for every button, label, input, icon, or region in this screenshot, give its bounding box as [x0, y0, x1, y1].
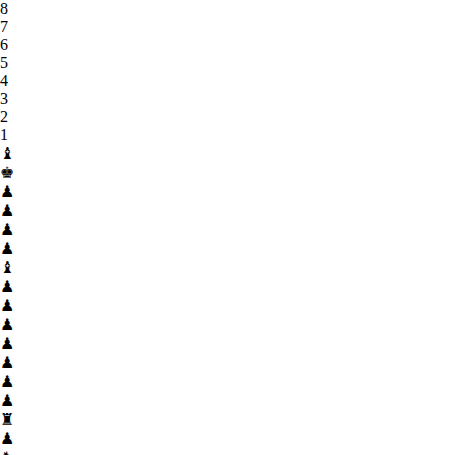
piece-black-pawn[interactable]: ♟	[0, 278, 14, 295]
square-h4[interactable]: ♟	[0, 391, 460, 410]
square-f4[interactable]: ♟	[0, 372, 460, 391]
piece-black-pawn[interactable]: ♟	[0, 316, 14, 333]
square-f5[interactable]: ♟	[0, 277, 460, 296]
rank-labels: 87654321	[0, 0, 460, 144]
square-h5[interactable]: ♟	[0, 296, 460, 315]
square-f8[interactable]: ♝	[0, 144, 460, 163]
rank-label-3: 3	[0, 90, 460, 108]
piece-white-pawn[interactable]: ♟	[0, 430, 14, 447]
piece-white-pawn[interactable]: ♟	[0, 392, 14, 409]
square-b4[interactable]: ♟	[0, 315, 460, 334]
board-area: 87654321 ♝♚♟♟♟♟♝♟♟♟♟♟♟♟♜♟♞♟♜♝♚ abcdefgh	[0, 0, 460, 455]
piece-black-rook[interactable]: ♜	[0, 411, 14, 428]
rank-label-5: 5	[0, 54, 460, 72]
rank-label-8: 8	[0, 0, 460, 18]
piece-white-pawn[interactable]: ♟	[0, 335, 14, 352]
piece-white-knight[interactable]: ♞	[0, 449, 14, 455]
rank-label-7: 7	[0, 18, 460, 36]
chess-board[interactable]: ♝♚♟♟♟♟♝♟♟♟♟♟♟♟♜♟♞♟♜♝♚	[0, 144, 460, 455]
square-c3[interactable]: ♜	[0, 410, 460, 429]
piece-black-pawn[interactable]: ♟	[0, 354, 14, 371]
piece-black-pawn[interactable]: ♟	[0, 202, 14, 219]
piece-white-pawn[interactable]: ♟	[0, 240, 14, 257]
piece-black-bishop[interactable]: ♝	[0, 145, 14, 162]
square-f7[interactable]: ♚	[0, 163, 460, 182]
square-d5[interactable]: ♝	[0, 258, 460, 277]
square-b5[interactable]: ♟	[0, 239, 460, 258]
square-e6[interactable]: ♟	[0, 201, 460, 220]
square-d2[interactable]: ♞	[0, 448, 460, 455]
rank-label-2: 2	[0, 108, 460, 126]
piece-white-pawn[interactable]: ♟	[0, 373, 14, 390]
rank-label-4: 4	[0, 72, 460, 90]
rank-label-1: 1	[0, 126, 460, 144]
rank-label-6: 6	[0, 36, 460, 54]
piece-black-pawn[interactable]: ♟	[0, 183, 14, 200]
square-d4[interactable]: ♟	[0, 334, 460, 353]
piece-black-pawn[interactable]: ♟	[0, 221, 14, 238]
square-g6[interactable]: ♟	[0, 220, 460, 239]
piece-black-bishop[interactable]: ♝	[0, 259, 14, 276]
square-e3[interactable]: ♟	[0, 429, 460, 448]
piece-black-pawn[interactable]: ♟	[0, 297, 14, 314]
square-b6[interactable]: ♟	[0, 182, 460, 201]
square-e4[interactable]: ♟	[0, 353, 460, 372]
piece-black-king[interactable]: ♚	[0, 164, 14, 181]
